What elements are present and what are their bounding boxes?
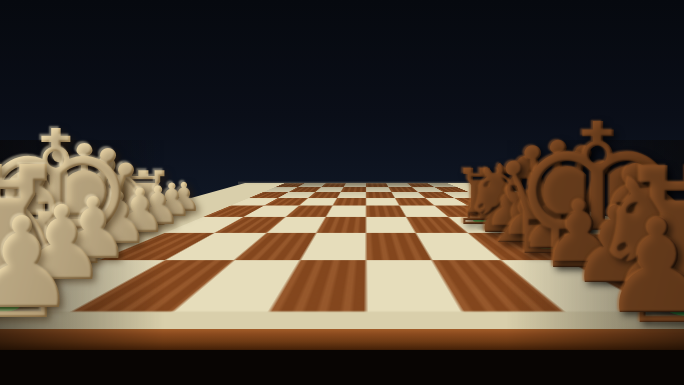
black-pawn[interactable]: ♟	[580, 202, 684, 332]
white-pawn[interactable]: ♟	[0, 201, 98, 327]
chess-photo-scene: ♜♞♝♚♛♝♞♜♟♟♟♟♟♟♟♟♜♞♝♚♛♝♞♜♟♟♟♟♟♟♟♟	[0, 0, 684, 385]
pieces-layer: ♜♞♝♚♛♝♞♜♟♟♟♟♟♟♟♟♜♞♝♚♛♝♞♜♟♟♟♟♟♟♟♟	[0, 0, 684, 385]
